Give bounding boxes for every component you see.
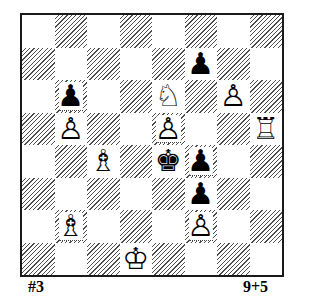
square-d5	[120, 113, 153, 146]
piece-black-pawn: ♟	[57, 81, 84, 111]
piece-black-king: ♚	[155, 146, 182, 176]
square-e6: ♘	[152, 80, 185, 113]
square-d2	[120, 210, 153, 243]
square-c5	[87, 113, 120, 146]
square-f4: ♟	[185, 145, 218, 178]
square-f8	[185, 15, 218, 48]
square-b3	[55, 178, 88, 211]
piece-black-pawn: ♟	[187, 146, 214, 176]
piece-black-pawn: ♟	[187, 49, 214, 79]
square-g2	[217, 210, 250, 243]
square-d1: ♔	[120, 243, 153, 276]
square-h7	[250, 48, 283, 81]
square-f3: ♟	[185, 178, 218, 211]
square-f2: ♙	[185, 210, 218, 243]
square-c6	[87, 80, 120, 113]
square-h2	[250, 210, 283, 243]
piece-black-pawn: ♟	[187, 179, 214, 209]
square-a1	[22, 243, 55, 276]
square-b2: ♗	[55, 210, 88, 243]
square-h1	[250, 243, 283, 276]
square-a4	[22, 145, 55, 178]
square-a6	[22, 80, 55, 113]
square-g4	[217, 145, 250, 178]
square-g3	[217, 178, 250, 211]
square-c3	[87, 178, 120, 211]
piece-white-bishop: ♗	[90, 146, 117, 176]
piece-white-pawn: ♙	[220, 81, 247, 111]
piece-white-pawn: ♙	[155, 114, 182, 144]
square-b8	[55, 15, 88, 48]
piece-baseline	[59, 110, 84, 111]
square-a5	[22, 113, 55, 146]
square-f1	[185, 243, 218, 276]
square-a8	[22, 15, 55, 48]
square-e2	[152, 210, 185, 243]
square-h4	[250, 145, 283, 178]
square-c8	[87, 15, 120, 48]
square-b6: ♟	[55, 80, 88, 113]
piece-white-pawn: ♙	[187, 211, 214, 241]
piece-baseline	[189, 175, 214, 176]
square-b5: ♙	[55, 113, 88, 146]
square-b4	[55, 145, 88, 178]
square-a2	[22, 210, 55, 243]
piece-white-king: ♔	[122, 244, 149, 274]
square-g8	[217, 15, 250, 48]
square-a7	[22, 48, 55, 81]
square-e4: ♚	[152, 145, 185, 178]
square-f7: ♟	[185, 48, 218, 81]
piece-white-rook: ♖	[252, 114, 279, 144]
square-h6	[250, 80, 283, 113]
square-g7	[217, 48, 250, 81]
square-h8	[250, 15, 283, 48]
square-h3	[250, 178, 283, 211]
piece-baseline	[189, 240, 214, 241]
square-c4: ♗	[87, 145, 120, 178]
square-c2	[87, 210, 120, 243]
piece-count-label: 9+5	[243, 278, 268, 296]
square-h5: ♖	[250, 113, 283, 146]
piece-white-knight: ♘	[155, 81, 182, 111]
piece-baseline	[59, 240, 84, 241]
square-f5	[185, 113, 218, 146]
square-b1	[55, 243, 88, 276]
square-d7	[120, 48, 153, 81]
square-e5: ♙	[152, 113, 185, 146]
stipulation-label: #3	[28, 278, 44, 296]
square-b7	[55, 48, 88, 81]
square-g1	[217, 243, 250, 276]
piece-baseline	[156, 142, 181, 143]
square-g5	[217, 113, 250, 146]
chessboard: ♟♟♘♙♙♙♖♗♚♟♟♗♙♔	[20, 13, 284, 277]
square-e3	[152, 178, 185, 211]
square-e1	[152, 243, 185, 276]
square-a3	[22, 178, 55, 211]
square-g6: ♙	[217, 80, 250, 113]
square-d6	[120, 80, 153, 113]
square-d8	[120, 15, 153, 48]
piece-white-bishop: ♗	[57, 211, 84, 241]
square-d3	[120, 178, 153, 211]
square-d4	[120, 145, 153, 178]
square-c7	[87, 48, 120, 81]
square-e7	[152, 48, 185, 81]
square-e8	[152, 15, 185, 48]
square-c1	[87, 243, 120, 276]
piece-white-pawn: ♙	[57, 114, 84, 144]
square-f6	[185, 80, 218, 113]
